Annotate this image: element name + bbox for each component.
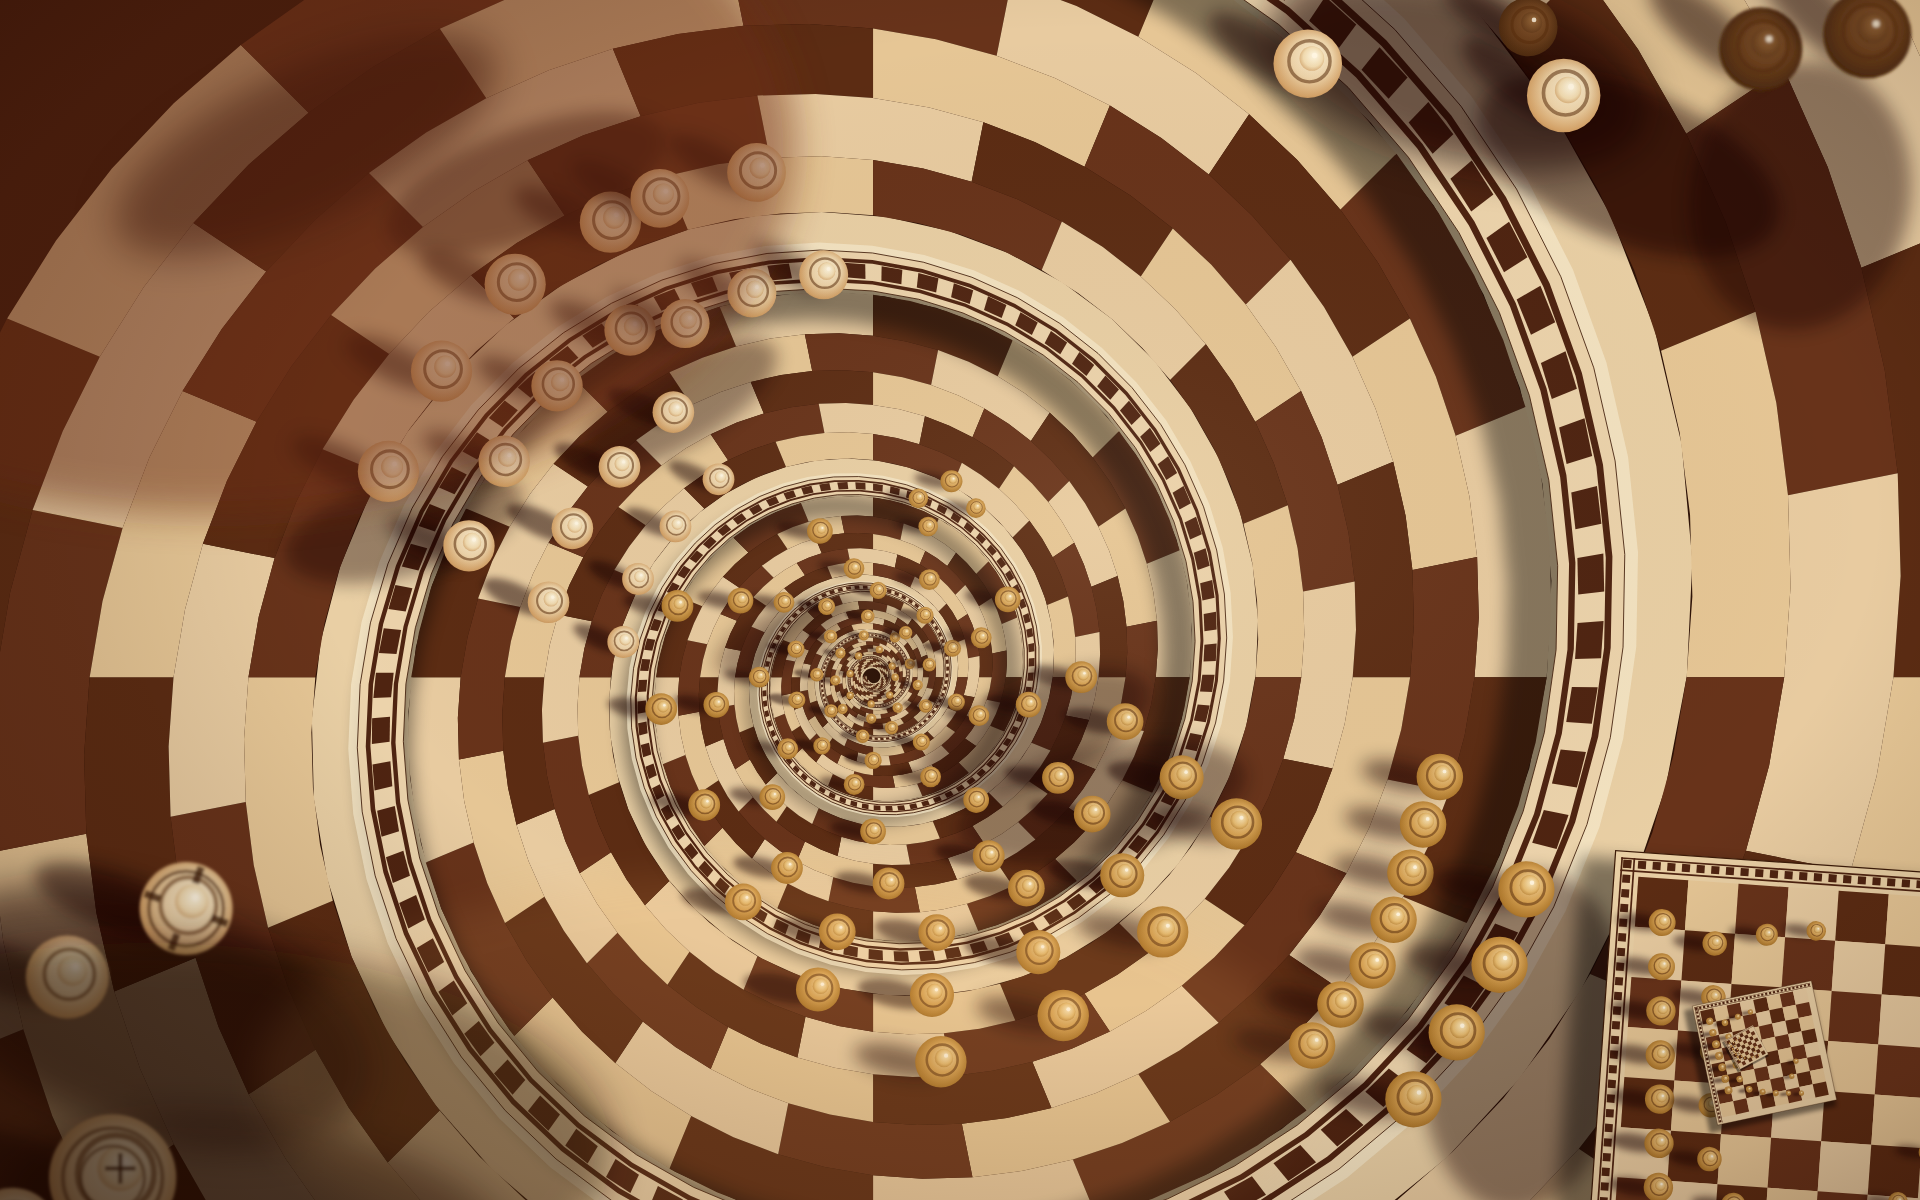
fractal-chessboard-photo xyxy=(0,0,1920,1200)
vignette xyxy=(0,0,1920,1200)
lighting-overlay xyxy=(0,0,1920,1200)
chessboard-droste-spiral-scene xyxy=(0,0,1920,1200)
